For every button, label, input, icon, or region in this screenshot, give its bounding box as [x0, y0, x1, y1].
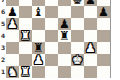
square-b6: [19, 6, 32, 18]
white-pawn-g3: ♟: [85, 42, 96, 54]
black-pawn-h6: ♟: [98, 6, 109, 18]
square-b4: ♜: [19, 30, 32, 42]
square-e3: [58, 42, 71, 54]
square-e1: [58, 66, 71, 78]
square-g2: [84, 54, 97, 66]
chess-diagram: 7654321 ♚♟♟♝♟♟♟♜♜♜♟♟♚♞♜: [0, 0, 120, 80]
square-f6: [71, 6, 84, 18]
square-c2: ♟: [32, 54, 45, 66]
square-b3: [19, 42, 32, 54]
white-rook-b4: ♜: [20, 30, 31, 42]
black-bishop-c6: ♝: [33, 6, 44, 18]
square-h3: [97, 42, 110, 54]
square-a4: [6, 30, 19, 42]
square-h6: ♟: [97, 6, 110, 18]
square-a5: ♟: [6, 18, 19, 30]
square-a1: ♞: [6, 66, 19, 78]
square-c1: [32, 66, 45, 78]
square-d5: [45, 18, 58, 30]
square-g1: [84, 66, 97, 78]
white-pawn-a5: ♟: [7, 18, 18, 30]
white-pawn-c2: ♟: [33, 54, 44, 66]
square-c5: [32, 18, 45, 30]
square-b1: ♜: [19, 66, 32, 78]
square-e4: ♜: [58, 30, 71, 42]
square-g3: ♟: [84, 42, 97, 54]
white-rook-b1: ♜: [20, 66, 31, 78]
white-knight-a1: ♞: [7, 66, 18, 78]
square-h4: [97, 30, 110, 42]
chessboard: ♚♟♟♝♟♟♟♜♜♜♟♟♚♞♜: [6, 0, 111, 78]
square-c6: ♝: [32, 6, 45, 18]
square-h5: [97, 18, 110, 30]
square-d1: [45, 66, 58, 78]
square-h1: [97, 66, 110, 78]
square-f2: ♚: [71, 54, 84, 66]
square-e2: [58, 54, 71, 66]
square-d6: [45, 6, 58, 18]
black-rook-e4: ♜: [59, 30, 70, 42]
square-f4: [71, 30, 84, 42]
square-h2: [97, 54, 110, 66]
square-d3: [45, 42, 58, 54]
square-f5: [71, 18, 84, 30]
square-f1: [71, 66, 84, 78]
white-king-f2: ♚: [72, 54, 83, 66]
square-d4: [45, 30, 58, 42]
square-g6: [84, 6, 97, 18]
square-g5: [84, 18, 97, 30]
square-a3: [6, 42, 19, 54]
square-d2: [45, 54, 58, 66]
